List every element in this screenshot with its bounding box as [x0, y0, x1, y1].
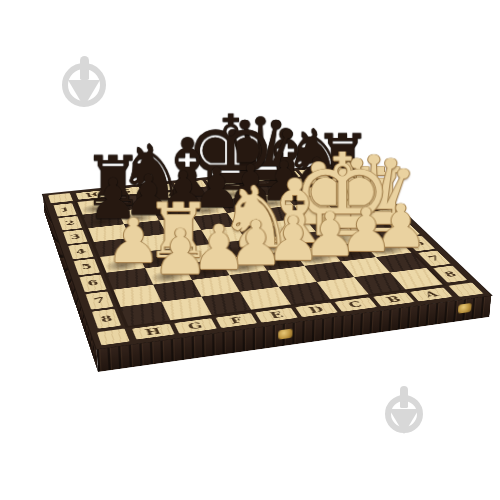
- rank-label-1: 1: [53, 203, 76, 216]
- file-label-d: D: [295, 302, 337, 317]
- file-label-g: G: [174, 318, 216, 333]
- file-label-c: C: [334, 297, 376, 311]
- chess-box: HGFEDCBA HGFEDCBA 12345678 12345678 ♜♞♝♚…: [43, 163, 491, 349]
- square-g6: ♟: [145, 264, 192, 285]
- rank-label-3: 3: [63, 229, 88, 244]
- white-pawn: ♟: [106, 214, 145, 270]
- frame-corner: [97, 329, 130, 346]
- rank-label-6: 6: [79, 274, 106, 292]
- rank-label-5: 5: [74, 259, 100, 276]
- white-pawn: ♟: [152, 224, 192, 282]
- frame-corner: [448, 283, 483, 297]
- square-h5: ♟: [100, 253, 145, 273]
- rank-label-8: 8: [92, 309, 121, 329]
- rank-label-7: 7: [85, 291, 113, 310]
- square-f8: [201, 292, 251, 315]
- file-label-b: B: [373, 292, 415, 306]
- file-label-h: H: [132, 324, 174, 340]
- square-g7: [153, 280, 201, 302]
- brass-clasp-icon: [279, 328, 293, 339]
- photo-scene: HGFEDCBA HGFEDCBA 12345678 12345678 ♜♞♝♚…: [0, 0, 500, 500]
- file-label-a: A: [410, 287, 452, 301]
- rank-label-4: 4: [68, 244, 93, 260]
- rank-label-2: 2: [58, 216, 82, 230]
- file-label-f: F: [215, 313, 257, 328]
- brass-clasp-icon: [457, 303, 471, 314]
- file-label-e: E: [255, 308, 297, 323]
